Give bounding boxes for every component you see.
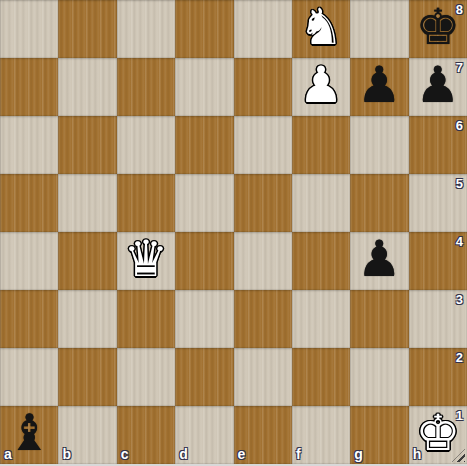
square-e7[interactable] <box>234 58 292 116</box>
square-b4[interactable] <box>58 232 116 290</box>
square-f2[interactable] <box>292 348 350 406</box>
square-c7[interactable] <box>117 58 175 116</box>
piece-black-king[interactable]: ♚ <box>415 2 460 52</box>
square-e2[interactable] <box>234 348 292 406</box>
square-e6[interactable] <box>234 116 292 174</box>
square-b3[interactable] <box>58 290 116 348</box>
square-d7[interactable] <box>175 58 233 116</box>
square-f6[interactable] <box>292 116 350 174</box>
square-d5[interactable] <box>175 174 233 232</box>
chess-board-widget: ♞♚8♟♟♟765♛♟432♝abcdefg♚1h <box>0 0 467 466</box>
square-a1[interactable]: ♝a <box>0 406 58 464</box>
square-h3[interactable]: 3 <box>409 290 467 348</box>
square-c5[interactable] <box>117 174 175 232</box>
square-a3[interactable] <box>0 290 58 348</box>
square-b8[interactable] <box>58 0 116 58</box>
square-a8[interactable] <box>0 0 58 58</box>
square-b2[interactable] <box>58 348 116 406</box>
piece-black-pawn[interactable]: ♟ <box>415 60 460 110</box>
square-a4[interactable] <box>0 232 58 290</box>
square-h4[interactable]: 4 <box>409 232 467 290</box>
square-g7[interactable]: ♟ <box>350 58 408 116</box>
square-h7[interactable]: ♟7 <box>409 58 467 116</box>
piece-white-pawn[interactable]: ♟ <box>299 60 344 110</box>
rank-label-8: 8 <box>456 3 463 16</box>
square-g4[interactable]: ♟ <box>350 232 408 290</box>
square-a5[interactable] <box>0 174 58 232</box>
square-h1[interactable]: ♚1h <box>409 406 467 464</box>
square-h6[interactable]: 6 <box>409 116 467 174</box>
square-e1[interactable]: e <box>234 406 292 464</box>
file-label-g: g <box>354 447 363 461</box>
rank-label-5: 5 <box>456 177 463 190</box>
square-c8[interactable] <box>117 0 175 58</box>
square-d2[interactable] <box>175 348 233 406</box>
square-g5[interactable] <box>350 174 408 232</box>
square-c1[interactable]: c <box>117 406 175 464</box>
rank-label-3: 3 <box>456 293 463 306</box>
square-f4[interactable] <box>292 232 350 290</box>
square-a6[interactable] <box>0 116 58 174</box>
square-c3[interactable] <box>117 290 175 348</box>
square-f7[interactable]: ♟ <box>292 58 350 116</box>
square-c2[interactable] <box>117 348 175 406</box>
square-f3[interactable] <box>292 290 350 348</box>
file-label-d: d <box>179 447 188 461</box>
square-d4[interactable] <box>175 232 233 290</box>
square-f1[interactable]: f <box>292 406 350 464</box>
square-g2[interactable] <box>350 348 408 406</box>
piece-white-king[interactable]: ♚ <box>415 408 460 458</box>
piece-white-queen[interactable]: ♛ <box>124 234 169 284</box>
square-e5[interactable] <box>234 174 292 232</box>
piece-black-pawn[interactable]: ♟ <box>357 234 402 284</box>
square-h8[interactable]: ♚8 <box>409 0 467 58</box>
square-e3[interactable] <box>234 290 292 348</box>
square-d1[interactable]: d <box>175 406 233 464</box>
square-h2[interactable]: 2 <box>409 348 467 406</box>
file-label-b: b <box>62 447 71 461</box>
square-e8[interactable] <box>234 0 292 58</box>
rank-label-7: 7 <box>456 61 463 74</box>
piece-black-pawn[interactable]: ♟ <box>357 60 402 110</box>
square-a2[interactable] <box>0 348 58 406</box>
square-g8[interactable] <box>350 0 408 58</box>
file-label-c: c <box>121 447 129 461</box>
square-g6[interactable] <box>350 116 408 174</box>
square-h5[interactable]: 5 <box>409 174 467 232</box>
square-f8[interactable]: ♞ <box>292 0 350 58</box>
chess-board: ♞♚8♟♟♟765♛♟432♝abcdefg♚1h <box>0 0 467 464</box>
rank-label-1: 1 <box>456 409 463 422</box>
file-label-e: e <box>238 447 246 461</box>
file-label-h: h <box>413 447 422 461</box>
square-d8[interactable] <box>175 0 233 58</box>
square-b1[interactable]: b <box>58 406 116 464</box>
piece-black-bishop[interactable]: ♝ <box>7 408 52 458</box>
square-e4[interactable] <box>234 232 292 290</box>
square-d3[interactable] <box>175 290 233 348</box>
file-label-f: f <box>296 447 301 461</box>
square-b7[interactable] <box>58 58 116 116</box>
file-label-a: a <box>4 447 12 461</box>
square-b6[interactable] <box>58 116 116 174</box>
square-b5[interactable] <box>58 174 116 232</box>
square-d6[interactable] <box>175 116 233 174</box>
square-c6[interactable] <box>117 116 175 174</box>
square-f5[interactable] <box>292 174 350 232</box>
square-g1[interactable]: g <box>350 406 408 464</box>
square-c4[interactable]: ♛ <box>117 232 175 290</box>
rank-label-4: 4 <box>456 235 463 248</box>
square-g3[interactable] <box>350 290 408 348</box>
rank-label-6: 6 <box>456 119 463 132</box>
piece-white-knight[interactable]: ♞ <box>299 2 344 52</box>
square-a7[interactable] <box>0 58 58 116</box>
rank-label-2: 2 <box>456 351 463 364</box>
